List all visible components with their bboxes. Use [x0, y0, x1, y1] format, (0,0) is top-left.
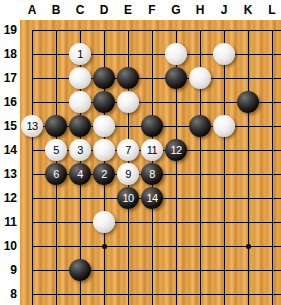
star-point-D10	[102, 244, 107, 249]
grid-line-h-11	[32, 222, 281, 223]
row-label-16: 16	[0, 93, 17, 111]
stone-black-B15[interactable]	[45, 115, 67, 137]
column-label-J: J	[221, 1, 228, 19]
grid-line-h-10	[32, 246, 281, 247]
stone-black-D16[interactable]	[93, 91, 115, 113]
stone-black-C9[interactable]	[69, 259, 91, 281]
column-label-L: L	[268, 1, 275, 19]
stone-move-number: 8	[149, 168, 155, 180]
stone-white-E14[interactable]: 7	[117, 139, 139, 161]
stone-white-J15[interactable]	[213, 115, 235, 137]
stone-white-C16[interactable]	[69, 91, 91, 113]
stone-black-C15[interactable]	[69, 115, 91, 137]
stone-move-number: 11	[147, 144, 157, 156]
stone-move-number: 10	[122, 192, 133, 204]
stone-move-number: 6	[53, 168, 59, 180]
stone-black-H15[interactable]	[189, 115, 211, 137]
stone-move-number: 5	[53, 144, 59, 156]
row-label-11: 11	[0, 213, 17, 231]
row-label-14: 14	[0, 141, 17, 159]
stone-move-number: 2	[101, 168, 107, 180]
stone-white-G18[interactable]	[165, 43, 187, 65]
stone-black-F15[interactable]	[141, 115, 163, 137]
stone-white-F14[interactable]: 11	[141, 139, 163, 161]
row-label-15: 15	[0, 117, 17, 135]
stone-move-number: 12	[170, 144, 181, 156]
row-label-18: 18	[0, 45, 17, 63]
column-label-B: B	[52, 1, 61, 19]
stone-move-number: 4	[77, 168, 83, 180]
column-label-F: F	[148, 1, 155, 19]
stone-black-F12[interactable]: 14	[141, 187, 163, 209]
column-label-A: A	[28, 1, 37, 19]
row-label-8: 8	[0, 285, 17, 303]
stone-white-C14[interactable]: 3	[69, 139, 91, 161]
stone-black-G14[interactable]: 12	[165, 139, 187, 161]
star-point-K10	[246, 244, 251, 249]
stone-black-G17[interactable]	[165, 67, 187, 89]
column-label-H: H	[196, 1, 205, 19]
grid-line-h-8	[32, 294, 281, 295]
grid-line-h-19	[32, 30, 281, 31]
column-label-G: G	[171, 1, 180, 19]
stone-white-A15[interactable]: 13	[21, 115, 43, 137]
stone-black-D17[interactable]	[93, 67, 115, 89]
row-label-13: 13	[0, 165, 17, 183]
stone-white-D11[interactable]	[93, 211, 115, 233]
stone-white-E16[interactable]	[117, 91, 139, 113]
row-label-10: 10	[0, 237, 17, 255]
stone-move-number: 13	[26, 120, 37, 132]
column-label-C: C	[76, 1, 85, 19]
stone-move-number: 14	[146, 192, 157, 204]
stone-white-C17[interactable]	[69, 67, 91, 89]
stone-move-number: 9	[125, 168, 131, 180]
grid-line-v-J	[224, 30, 225, 305]
stone-white-D15[interactable]	[93, 115, 115, 137]
stone-move-number: 1	[77, 48, 83, 60]
stone-move-number: 7	[125, 144, 131, 156]
stone-white-D14[interactable]	[93, 139, 115, 161]
stone-white-H17[interactable]	[189, 67, 211, 89]
stone-black-E17[interactable]	[117, 67, 139, 89]
row-label-19: 19	[0, 21, 17, 39]
column-label-E: E	[124, 1, 132, 19]
row-label-12: 12	[0, 189, 17, 207]
stone-move-number: 3	[77, 144, 83, 156]
grid-line-v-L	[272, 30, 273, 305]
stone-white-E13[interactable]: 9	[117, 163, 139, 185]
stone-black-E12[interactable]: 10	[117, 187, 139, 209]
row-label-17: 17	[0, 69, 17, 87]
stone-white-B14[interactable]: 5	[45, 139, 67, 161]
stone-black-K16[interactable]	[237, 91, 259, 113]
grid-line-v-K	[248, 30, 249, 305]
go-board-screenshot: ABCDEFGHJKL 1918171615141312111098 12345…	[0, 0, 281, 305]
row-label-9: 9	[0, 261, 17, 279]
stone-black-B13[interactable]: 6	[45, 163, 67, 185]
stone-black-F13[interactable]: 8	[141, 163, 163, 185]
column-label-K: K	[244, 1, 253, 19]
stone-white-J18[interactable]	[213, 43, 235, 65]
stone-white-C18[interactable]: 1	[69, 43, 91, 65]
stone-black-D13[interactable]: 2	[93, 163, 115, 185]
stone-black-C13[interactable]: 4	[69, 163, 91, 185]
column-label-D: D	[100, 1, 109, 19]
grid-line-v-A	[32, 30, 33, 305]
